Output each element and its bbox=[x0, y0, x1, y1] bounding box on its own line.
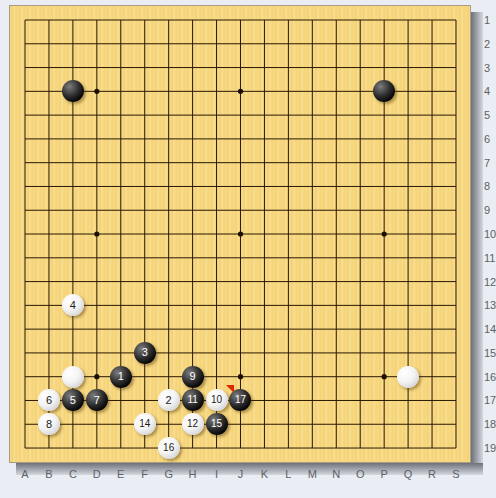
row-label-9: 9 bbox=[484, 204, 496, 216]
star-point bbox=[94, 374, 99, 379]
stone-G17-move-2: 2 bbox=[158, 389, 180, 411]
row-label-19: 19 bbox=[484, 442, 496, 454]
column-label-M: M bbox=[302, 468, 322, 480]
star-point bbox=[382, 231, 387, 236]
stone-I17-move-10: 10 bbox=[206, 389, 228, 411]
row-label-11: 11 bbox=[484, 252, 496, 264]
stone-E16-move-1: 1 bbox=[110, 366, 132, 388]
column-label-J: J bbox=[230, 468, 250, 480]
row-label-8: 8 bbox=[484, 180, 496, 192]
row-label-17: 17 bbox=[484, 394, 496, 406]
column-label-F: F bbox=[135, 468, 155, 480]
row-label-2: 2 bbox=[484, 38, 496, 50]
column-label-E: E bbox=[111, 468, 131, 480]
go-diagram: 12345678910111214151617 ABCDEFGHIJKLMNOP… bbox=[0, 0, 496, 498]
row-label-6: 6 bbox=[484, 133, 496, 145]
row-label-3: 3 bbox=[484, 62, 496, 74]
row-label-4: 4 bbox=[484, 85, 496, 97]
column-label-Q: Q bbox=[398, 468, 418, 480]
row-label-7: 7 bbox=[484, 157, 496, 169]
star-point bbox=[238, 374, 243, 379]
star-point bbox=[94, 89, 99, 94]
column-label-C: C bbox=[63, 468, 83, 480]
column-label-A: A bbox=[15, 468, 35, 480]
column-label-L: L bbox=[278, 468, 298, 480]
star-point bbox=[238, 231, 243, 236]
stone-I18-move-15: 15 bbox=[206, 413, 228, 435]
stone-H17-move-11: 11 bbox=[182, 389, 204, 411]
column-label-H: H bbox=[183, 468, 203, 480]
column-label-G: G bbox=[159, 468, 179, 480]
column-label-P: P bbox=[374, 468, 394, 480]
stone-F15-move-3: 3 bbox=[134, 342, 156, 364]
row-label-18: 18 bbox=[484, 418, 496, 430]
stone-F18-move-14: 14 bbox=[134, 413, 156, 435]
go-board[interactable]: 12345678910111214151617 bbox=[9, 5, 471, 463]
star-point bbox=[238, 89, 243, 94]
column-label-O: O bbox=[350, 468, 370, 480]
row-label-14: 14 bbox=[484, 323, 496, 335]
column-label-S: S bbox=[446, 468, 466, 480]
stone-C16 bbox=[62, 366, 84, 388]
row-label-13: 13 bbox=[484, 299, 496, 311]
column-label-R: R bbox=[422, 468, 442, 480]
row-label-12: 12 bbox=[484, 276, 496, 288]
last-move-marker-icon bbox=[226, 385, 234, 393]
row-label-16: 16 bbox=[484, 371, 496, 383]
column-label-N: N bbox=[326, 468, 346, 480]
stone-H16-move-9: 9 bbox=[182, 366, 204, 388]
column-label-I: I bbox=[207, 468, 227, 480]
stone-G19-move-16: 16 bbox=[158, 437, 180, 459]
board-bevel-shadow-right bbox=[471, 12, 483, 474]
column-label-B: B bbox=[39, 468, 59, 480]
star-point bbox=[94, 231, 99, 236]
stone-H18-move-12: 12 bbox=[182, 413, 204, 435]
row-label-5: 5 bbox=[484, 109, 496, 121]
row-label-10: 10 bbox=[484, 228, 496, 240]
row-label-15: 15 bbox=[484, 347, 496, 359]
star-point bbox=[382, 374, 387, 379]
row-label-1: 1 bbox=[484, 14, 496, 26]
column-label-K: K bbox=[254, 468, 274, 480]
stone-Q16 bbox=[397, 366, 419, 388]
column-label-D: D bbox=[87, 468, 107, 480]
